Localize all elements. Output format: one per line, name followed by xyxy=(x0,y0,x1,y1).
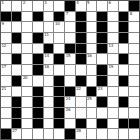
white-cell[interactable] xyxy=(22,33,32,43)
white-cell[interactable]: 7 xyxy=(65,12,75,22)
clue-number: 18 xyxy=(44,65,49,70)
white-cell[interactable] xyxy=(108,54,118,64)
white-cell[interactable]: 9 xyxy=(1,22,11,32)
white-cell[interactable] xyxy=(65,76,75,86)
white-cell[interactable] xyxy=(65,65,75,75)
black-cell xyxy=(44,44,54,54)
white-cell[interactable]: 26 xyxy=(65,108,75,118)
white-cell[interactable] xyxy=(108,33,118,43)
clue-number: 21 xyxy=(2,87,7,92)
white-cell[interactable] xyxy=(33,1,43,11)
white-cell[interactable] xyxy=(108,108,118,118)
clue-number: 11 xyxy=(44,33,49,38)
white-cell[interactable] xyxy=(1,54,11,64)
white-cell[interactable] xyxy=(1,33,11,43)
white-cell[interactable] xyxy=(129,129,139,139)
black-cell xyxy=(54,54,64,64)
black-cell xyxy=(97,119,107,129)
white-cell[interactable] xyxy=(108,119,118,129)
black-cell xyxy=(87,87,97,97)
white-cell[interactable] xyxy=(44,108,54,118)
white-cell[interactable]: 16 xyxy=(87,54,97,64)
white-cell[interactable] xyxy=(22,129,32,139)
white-cell[interactable] xyxy=(65,33,75,43)
black-cell xyxy=(33,33,43,43)
white-cell[interactable] xyxy=(129,97,139,107)
white-cell[interactable]: 23 xyxy=(97,87,107,97)
white-cell[interactable]: 21 xyxy=(1,87,11,97)
white-cell[interactable] xyxy=(97,108,107,118)
white-cell[interactable]: 14 xyxy=(44,54,54,64)
white-cell[interactable] xyxy=(54,1,64,11)
black-cell xyxy=(33,54,43,64)
white-cell[interactable]: 13 xyxy=(108,44,118,54)
white-cell[interactable] xyxy=(119,1,129,11)
black-cell xyxy=(119,33,129,43)
black-cell xyxy=(54,108,64,118)
black-cell xyxy=(33,108,43,118)
clue-number: 17 xyxy=(2,65,7,70)
black-cell xyxy=(97,44,107,54)
black-cell xyxy=(129,1,139,11)
black-cell xyxy=(76,44,86,54)
black-cell xyxy=(65,129,75,139)
black-cell xyxy=(1,12,11,22)
clue-number: 24 xyxy=(66,97,71,102)
white-cell[interactable] xyxy=(54,44,64,54)
black-cell xyxy=(33,119,43,129)
white-cell[interactable] xyxy=(129,44,139,54)
black-cell xyxy=(97,65,107,75)
clue-number: 13 xyxy=(108,44,113,49)
crossword-grid: 1234567891011121314151617181920212223242… xyxy=(0,0,140,140)
white-cell[interactable]: 3 xyxy=(44,1,54,11)
black-cell xyxy=(54,76,64,86)
white-cell[interactable] xyxy=(97,129,107,139)
white-cell[interactable] xyxy=(22,87,32,97)
white-cell[interactable] xyxy=(54,65,64,75)
white-cell[interactable]: 8 xyxy=(129,12,139,22)
white-cell[interactable] xyxy=(12,65,22,75)
white-cell[interactable] xyxy=(119,108,129,118)
black-cell xyxy=(65,44,75,54)
black-cell xyxy=(76,54,86,64)
white-cell[interactable] xyxy=(65,119,75,129)
black-cell xyxy=(12,97,22,107)
clue-number: 2 xyxy=(23,1,25,6)
white-cell[interactable] xyxy=(108,129,118,139)
white-cell[interactable]: 15 xyxy=(65,54,75,64)
white-cell[interactable] xyxy=(22,65,32,75)
white-cell[interactable]: 25 xyxy=(87,97,97,107)
clue-number: 10 xyxy=(55,22,60,27)
white-cell[interactable] xyxy=(108,76,118,86)
clue-number: 23 xyxy=(98,87,103,92)
white-cell[interactable] xyxy=(76,65,86,75)
white-cell[interactable] xyxy=(44,129,54,139)
black-cell xyxy=(76,76,86,86)
white-cell[interactable] xyxy=(12,44,22,54)
white-cell[interactable] xyxy=(87,44,97,54)
black-cell xyxy=(12,119,22,129)
black-cell xyxy=(65,1,75,11)
white-cell[interactable]: 12 xyxy=(1,44,11,54)
white-cell[interactable] xyxy=(87,65,97,75)
black-cell xyxy=(129,119,139,129)
black-cell xyxy=(33,97,43,107)
clue-number: 5 xyxy=(87,1,89,6)
clue-number: 25 xyxy=(87,97,92,102)
white-cell[interactable] xyxy=(12,1,22,11)
white-cell[interactable] xyxy=(76,108,86,118)
white-cell[interactable] xyxy=(44,97,54,107)
white-cell[interactable] xyxy=(87,12,97,22)
black-cell xyxy=(33,65,43,75)
clue-number: 22 xyxy=(76,87,81,92)
white-cell[interactable] xyxy=(22,119,32,129)
white-cell[interactable] xyxy=(119,87,129,97)
black-cell xyxy=(12,33,22,43)
white-cell[interactable]: 22 xyxy=(76,87,86,97)
black-cell xyxy=(97,97,107,107)
white-cell[interactable]: 27 xyxy=(12,129,22,139)
white-cell[interactable]: 11 xyxy=(44,33,54,43)
white-cell[interactable] xyxy=(44,119,54,129)
white-cell[interactable] xyxy=(44,12,54,22)
black-cell xyxy=(33,87,43,97)
clue-number: 15 xyxy=(66,54,71,59)
white-cell[interactable] xyxy=(22,54,32,64)
black-cell xyxy=(97,33,107,43)
white-cell[interactable] xyxy=(87,108,97,118)
black-cell xyxy=(76,119,86,129)
white-cell[interactable]: 6 xyxy=(108,1,118,11)
white-cell[interactable] xyxy=(54,33,64,43)
black-cell xyxy=(12,108,22,118)
black-cell xyxy=(97,22,107,32)
black-cell xyxy=(54,87,64,97)
white-cell[interactable]: 4 xyxy=(76,1,86,11)
white-cell[interactable] xyxy=(108,87,118,97)
black-cell xyxy=(76,33,86,43)
black-cell xyxy=(119,97,129,107)
white-cell[interactable] xyxy=(87,22,97,32)
white-cell[interactable] xyxy=(1,97,11,107)
black-cell xyxy=(54,12,64,22)
white-cell[interactable] xyxy=(119,65,129,75)
white-cell[interactable] xyxy=(1,108,11,118)
clue-number: 1 xyxy=(2,1,4,6)
white-cell[interactable] xyxy=(1,76,11,86)
white-cell[interactable]: 5 xyxy=(87,1,97,11)
white-cell[interactable] xyxy=(65,22,75,32)
black-cell xyxy=(54,97,64,107)
black-cell xyxy=(97,76,107,86)
white-cell[interactable] xyxy=(76,97,86,107)
black-cell xyxy=(119,119,129,129)
white-cell[interactable] xyxy=(129,33,139,43)
white-cell[interactable]: 10 xyxy=(54,22,64,32)
white-cell[interactable] xyxy=(12,87,22,97)
white-cell[interactable] xyxy=(129,22,139,32)
clue-number: 27 xyxy=(12,129,17,134)
black-cell xyxy=(119,54,129,64)
white-cell[interactable] xyxy=(33,44,43,54)
clue-number: 3 xyxy=(44,1,46,6)
white-cell[interactable] xyxy=(22,22,32,32)
white-cell[interactable] xyxy=(108,97,118,107)
white-cell[interactable] xyxy=(12,22,22,32)
clue-number: 4 xyxy=(76,1,78,6)
black-cell xyxy=(76,12,86,22)
white-cell[interactable] xyxy=(44,87,54,97)
white-cell[interactable] xyxy=(87,33,97,43)
clue-number: 28 xyxy=(76,129,81,134)
white-cell[interactable] xyxy=(54,129,64,139)
white-cell[interactable] xyxy=(97,54,107,64)
clue-number: 20 xyxy=(23,76,28,81)
clue-number: 12 xyxy=(2,44,7,49)
white-cell[interactable] xyxy=(129,54,139,64)
white-cell[interactable] xyxy=(119,129,129,139)
white-cell[interactable] xyxy=(129,87,139,97)
white-cell[interactable]: 18 xyxy=(44,65,54,75)
white-cell[interactable]: 1 xyxy=(1,1,11,11)
white-cell[interactable] xyxy=(119,44,129,54)
white-cell[interactable] xyxy=(129,65,139,75)
black-cell xyxy=(65,87,75,97)
white-cell[interactable] xyxy=(33,76,43,86)
black-cell xyxy=(33,12,43,22)
black-cell xyxy=(119,12,129,22)
clue-number: 19 xyxy=(108,65,113,70)
white-cell[interactable] xyxy=(129,108,139,118)
clue-number: 8 xyxy=(130,12,132,17)
white-cell[interactable] xyxy=(129,76,139,86)
black-cell xyxy=(12,76,22,86)
black-cell xyxy=(1,129,11,139)
clue-number: 9 xyxy=(2,22,4,27)
white-cell[interactable] xyxy=(108,12,118,22)
white-cell[interactable] xyxy=(22,108,32,118)
white-cell[interactable] xyxy=(87,119,97,129)
white-cell[interactable]: 28 xyxy=(76,129,86,139)
white-cell[interactable] xyxy=(1,119,11,129)
white-cell[interactable] xyxy=(33,129,43,139)
black-cell xyxy=(119,76,129,86)
white-cell[interactable]: 2 xyxy=(22,1,32,11)
clue-number: 6 xyxy=(108,1,110,6)
black-cell xyxy=(76,22,86,32)
clue-number: 14 xyxy=(44,54,49,59)
white-cell[interactable] xyxy=(44,22,54,32)
clue-number: 7 xyxy=(66,12,68,17)
white-cell[interactable]: 20 xyxy=(22,76,32,86)
white-cell[interactable] xyxy=(22,97,32,107)
black-cell xyxy=(97,12,107,22)
white-cell[interactable] xyxy=(87,129,97,139)
black-cell xyxy=(54,119,64,129)
white-cell[interactable] xyxy=(22,12,32,22)
black-cell xyxy=(12,54,22,64)
white-cell[interactable] xyxy=(22,44,32,54)
white-cell[interactable] xyxy=(44,76,54,86)
white-cell[interactable] xyxy=(87,76,97,86)
white-cell[interactable] xyxy=(108,22,118,32)
white-cell[interactable] xyxy=(33,22,43,32)
black-cell xyxy=(119,22,129,32)
white-cell[interactable]: 19 xyxy=(108,65,118,75)
clue-number: 26 xyxy=(66,108,71,113)
white-cell[interactable] xyxy=(97,1,107,11)
clue-number: 16 xyxy=(87,54,92,59)
black-cell xyxy=(12,12,22,22)
white-cell[interactable]: 17 xyxy=(1,65,11,75)
white-cell[interactable]: 24 xyxy=(65,97,75,107)
